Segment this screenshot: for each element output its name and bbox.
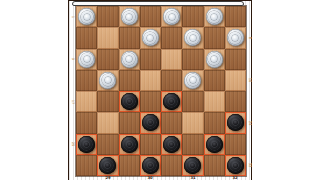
square-24[interactable] bbox=[225, 112, 246, 133]
square-13[interactable] bbox=[97, 70, 118, 91]
black-man[interactable] bbox=[121, 136, 138, 153]
white-man[interactable] bbox=[227, 29, 244, 46]
filler-square bbox=[97, 49, 118, 70]
square-3[interactable] bbox=[161, 6, 182, 27]
white-man[interactable] bbox=[78, 51, 95, 68]
square-11[interactable] bbox=[161, 49, 182, 70]
filler-square bbox=[161, 112, 182, 133]
square-6[interactable] bbox=[140, 27, 161, 48]
filler-square bbox=[119, 70, 140, 91]
square-17[interactable] bbox=[76, 91, 97, 112]
square-number-label: 30 bbox=[148, 176, 153, 180]
square-8[interactable] bbox=[225, 27, 246, 48]
square-1[interactable] bbox=[76, 6, 97, 27]
square-number-label: 1 bbox=[71, 15, 74, 17]
square-number-label: 16 bbox=[248, 78, 251, 83]
square-number-label: 32 bbox=[233, 176, 238, 180]
filler-square bbox=[182, 134, 203, 155]
white-man[interactable] bbox=[78, 8, 95, 25]
black-man[interactable] bbox=[227, 114, 244, 131]
filler-square bbox=[140, 91, 161, 112]
square-31[interactable] bbox=[182, 155, 203, 176]
filler-square bbox=[76, 70, 97, 91]
filler-square bbox=[161, 155, 182, 176]
square-5[interactable] bbox=[97, 27, 118, 48]
square-32[interactable] bbox=[225, 155, 246, 176]
filler-square bbox=[161, 70, 182, 91]
square-29[interactable] bbox=[97, 155, 118, 176]
white-man[interactable] bbox=[184, 72, 201, 89]
filler-square bbox=[119, 27, 140, 48]
square-20[interactable] bbox=[204, 91, 225, 112]
checkers-app-screenshot: 293031321917258162432 bbox=[0, 0, 320, 180]
filler-square bbox=[225, 134, 246, 155]
checkers-board-frame: 293031321917258162432 bbox=[68, 0, 252, 180]
filler-square bbox=[182, 6, 203, 27]
filler-square bbox=[76, 27, 97, 48]
top-panel-edge bbox=[72, 1, 244, 6]
black-man[interactable] bbox=[78, 136, 95, 153]
filler-square bbox=[119, 155, 140, 176]
filler-square bbox=[140, 134, 161, 155]
filler-square bbox=[140, 49, 161, 70]
filler-square bbox=[119, 112, 140, 133]
square-9[interactable] bbox=[76, 49, 97, 70]
square-number-label: 29 bbox=[105, 176, 110, 180]
white-man[interactable] bbox=[142, 29, 159, 46]
black-man[interactable] bbox=[206, 136, 223, 153]
square-number-label: 25 bbox=[71, 142, 74, 147]
square-10[interactable] bbox=[119, 49, 140, 70]
black-man[interactable] bbox=[142, 114, 159, 131]
black-man[interactable] bbox=[163, 93, 180, 110]
white-man[interactable] bbox=[163, 8, 180, 25]
square-28[interactable] bbox=[204, 134, 225, 155]
filler-square bbox=[97, 134, 118, 155]
square-19[interactable] bbox=[161, 91, 182, 112]
square-12[interactable] bbox=[204, 49, 225, 70]
filler-square bbox=[97, 6, 118, 27]
square-2[interactable] bbox=[119, 6, 140, 27]
filler-square bbox=[76, 155, 97, 176]
filler-square bbox=[97, 91, 118, 112]
square-22[interactable] bbox=[140, 112, 161, 133]
square-23[interactable] bbox=[182, 112, 203, 133]
black-man[interactable] bbox=[163, 136, 180, 153]
white-man[interactable] bbox=[206, 51, 223, 68]
black-man[interactable] bbox=[121, 93, 138, 110]
square-7[interactable] bbox=[182, 27, 203, 48]
filler-square bbox=[204, 155, 225, 176]
square-15[interactable] bbox=[182, 70, 203, 91]
black-man[interactable] bbox=[184, 157, 201, 174]
black-man[interactable] bbox=[142, 157, 159, 174]
filler-square bbox=[225, 49, 246, 70]
square-number-label: 17 bbox=[71, 99, 74, 104]
square-number-label: 9 bbox=[71, 58, 74, 60]
square-27[interactable] bbox=[161, 134, 182, 155]
square-number-label: 24 bbox=[248, 121, 251, 126]
white-man[interactable] bbox=[184, 29, 201, 46]
white-man[interactable] bbox=[206, 8, 223, 25]
filler-square bbox=[204, 70, 225, 91]
filler-square bbox=[182, 91, 203, 112]
square-number-label: 31 bbox=[190, 176, 195, 180]
black-man[interactable] bbox=[227, 157, 244, 174]
filler-square bbox=[182, 49, 203, 70]
square-number-label: 32 bbox=[248, 163, 251, 168]
square-4[interactable] bbox=[204, 6, 225, 27]
square-25[interactable] bbox=[76, 134, 97, 155]
filler-square bbox=[204, 112, 225, 133]
black-man[interactable] bbox=[99, 157, 116, 174]
square-number-label: 8 bbox=[248, 37, 251, 39]
square-21[interactable] bbox=[97, 112, 118, 133]
filler-square bbox=[140, 6, 161, 27]
square-16[interactable] bbox=[225, 70, 246, 91]
filler-square bbox=[225, 91, 246, 112]
filler-square bbox=[76, 112, 97, 133]
square-26[interactable] bbox=[119, 134, 140, 155]
checkers-board bbox=[76, 6, 246, 176]
square-18[interactable] bbox=[119, 91, 140, 112]
filler-square bbox=[225, 6, 246, 27]
white-man[interactable] bbox=[121, 51, 138, 68]
filler-square bbox=[204, 27, 225, 48]
square-14[interactable] bbox=[140, 70, 161, 91]
square-30[interactable] bbox=[140, 155, 161, 176]
white-man[interactable] bbox=[99, 72, 116, 89]
filler-square bbox=[161, 27, 182, 48]
white-man[interactable] bbox=[121, 8, 138, 25]
